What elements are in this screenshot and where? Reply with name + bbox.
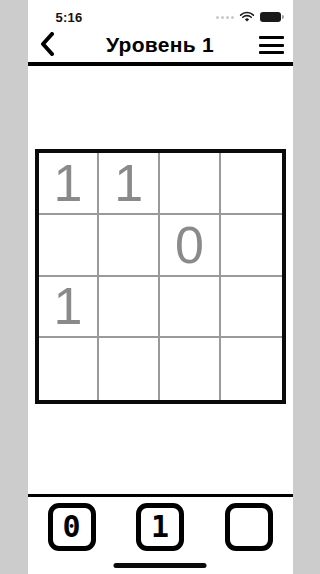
- cellular-signal-icon: [216, 16, 234, 19]
- board-cell-r0c0[interactable]: 1: [39, 153, 100, 215]
- app-screen: 5:16 Уровень 1 1 1 0: [28, 0, 293, 574]
- board-cell-r0c1[interactable]: 1: [99, 153, 160, 215]
- page-title: Уровень 1: [106, 33, 214, 57]
- back-button[interactable]: [34, 31, 60, 59]
- board-cell-r3c2[interactable]: [160, 338, 221, 400]
- menu-button[interactable]: [259, 35, 284, 55]
- board-cell-r3c1[interactable]: [99, 338, 160, 400]
- nav-bar: Уровень 1: [28, 28, 293, 66]
- board-cell-r1c2[interactable]: 0: [160, 215, 221, 277]
- digit-0-button[interactable]: 0: [48, 503, 96, 551]
- battery-icon: [260, 12, 281, 22]
- status-icons: [216, 11, 281, 23]
- back-chevron-icon: [39, 32, 55, 56]
- board-cell-r2c2[interactable]: [160, 277, 221, 339]
- board-cell-r0c3[interactable]: [221, 153, 282, 215]
- erase-button[interactable]: [225, 503, 273, 551]
- board-cell-r2c0[interactable]: 1: [39, 277, 100, 339]
- board-cell-r1c3[interactable]: [221, 215, 282, 277]
- board-cell-r2c1[interactable]: [99, 277, 160, 339]
- clock: 5:16: [56, 10, 83, 25]
- home-indicator[interactable]: [114, 563, 207, 568]
- board-cell-r3c0[interactable]: [39, 338, 100, 400]
- wifi-icon: [239, 11, 255, 23]
- hamburger-icon: [259, 36, 284, 39]
- status-bar: 5:16: [28, 0, 293, 28]
- board-cell-r1c1[interactable]: [99, 215, 160, 277]
- board-cell-r0c2[interactable]: [160, 153, 221, 215]
- digit-1-button[interactable]: 1: [136, 503, 184, 551]
- input-toolbar: 0 1: [28, 494, 293, 574]
- puzzle-board: 1 1 0 1: [35, 149, 286, 404]
- board-cell-r2c3[interactable]: [221, 277, 282, 339]
- board-cell-r3c3[interactable]: [221, 338, 282, 400]
- board-cell-r1c0[interactable]: [39, 215, 100, 277]
